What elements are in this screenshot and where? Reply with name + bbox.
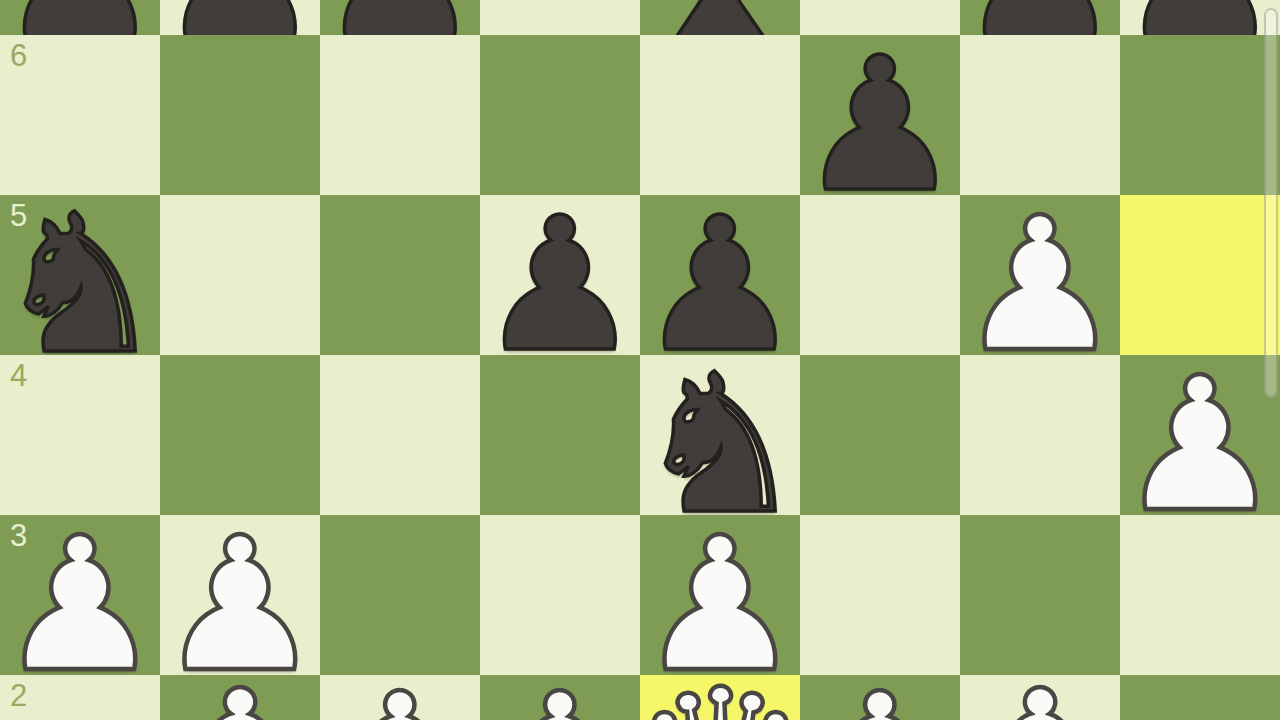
white-pawn-c2[interactable]: ♟ — [320, 681, 480, 720]
black-knight-a5[interactable]: ♞ — [0, 205, 160, 365]
square-e7[interactable]: ♝ — [640, 0, 800, 35]
square-a3[interactable]: 3♟ — [0, 515, 160, 675]
square-e6[interactable] — [640, 35, 800, 195]
square-d5[interactable]: ♟ — [480, 195, 640, 355]
pawn-glyph: ♟ — [797, 669, 963, 720]
pawn-glyph: ♟ — [797, 33, 963, 218]
square-c5[interactable] — [320, 195, 480, 355]
square-g6[interactable] — [960, 35, 1120, 195]
square-h2[interactable] — [1120, 675, 1280, 720]
square-e2[interactable]: ♛ — [640, 675, 800, 720]
square-e5[interactable]: ♟ — [640, 195, 800, 355]
white-bishop-g2[interactable]: ♝ — [960, 681, 1120, 720]
square-d6[interactable] — [480, 35, 640, 195]
pawn-glyph: ♟ — [0, 513, 163, 698]
pawn-glyph: ♟ — [477, 193, 643, 378]
square-c6[interactable] — [320, 35, 480, 195]
bishop-glyph: ♝ — [155, 666, 325, 720]
square-a4[interactable]: 4 — [0, 355, 160, 515]
white-pawn-h4[interactable]: ♟ — [1120, 365, 1280, 525]
square-f3[interactable] — [800, 515, 960, 675]
white-bishop-b2[interactable]: ♝ — [160, 681, 320, 720]
square-d7[interactable] — [480, 0, 640, 35]
square-h5[interactable] — [1120, 195, 1280, 355]
square-a7[interactable]: ♟ — [0, 0, 160, 35]
white-queen-e2[interactable]: ♛ — [640, 681, 800, 720]
square-c7[interactable]: ♟ — [320, 0, 480, 35]
black-pawn-d5[interactable]: ♟ — [480, 205, 640, 365]
square-g2[interactable]: ♝ — [960, 675, 1120, 720]
square-c2[interactable]: ♟ — [320, 675, 480, 720]
square-f6[interactable]: ♟ — [800, 35, 960, 195]
square-g5[interactable]: ♟ — [960, 195, 1120, 355]
pawn-glyph: ♟ — [957, 193, 1123, 378]
bishop-glyph: ♝ — [955, 666, 1125, 720]
white-pawn-f2[interactable]: ♟ — [800, 681, 960, 720]
white-pawn-d2[interactable]: ♟ — [480, 681, 640, 720]
square-f2[interactable]: ♟ — [800, 675, 960, 720]
coordinate-label-6: 6 — [10, 39, 27, 73]
square-d3[interactable] — [480, 515, 640, 675]
square-f4[interactable] — [800, 355, 960, 515]
square-e4[interactable]: ♞ — [640, 355, 800, 515]
square-a5[interactable]: 5♞ — [0, 195, 160, 355]
pawn-glyph: ♟ — [1117, 353, 1280, 538]
square-h6[interactable] — [1120, 35, 1280, 195]
white-pawn-g5[interactable]: ♟ — [960, 205, 1120, 365]
square-c4[interactable] — [320, 355, 480, 515]
square-a6[interactable]: 6 — [0, 35, 160, 195]
queen-glyph: ♛ — [632, 663, 808, 720]
coordinate-label-2: 2 — [10, 679, 27, 713]
pawn-glyph: ♟ — [477, 669, 643, 720]
square-b7[interactable]: ♟ — [160, 0, 320, 35]
square-g4[interactable] — [960, 355, 1120, 515]
white-pawn-a3[interactable]: ♟ — [0, 525, 160, 685]
square-h3[interactable] — [1120, 515, 1280, 675]
chess-app-viewport: ♟♟♟♝♟♟6♟5♞♟♟♟4♞♟3♟♟♟2♝♟♟♛♟♝ — [0, 0, 1280, 720]
square-b5[interactable] — [160, 195, 320, 355]
pawn-glyph: ♟ — [317, 669, 483, 720]
square-a2[interactable]: 2 — [0, 675, 160, 720]
square-b4[interactable] — [160, 355, 320, 515]
chess-board: ♟♟♟♝♟♟6♟5♞♟♟♟4♞♟3♟♟♟2♝♟♟♛♟♝ — [0, 0, 1280, 720]
black-pawn-f6[interactable]: ♟ — [800, 45, 960, 205]
square-f5[interactable] — [800, 195, 960, 355]
square-h4[interactable]: ♟ — [1120, 355, 1280, 515]
square-h7[interactable]: ♟ — [1120, 0, 1280, 35]
square-b6[interactable] — [160, 35, 320, 195]
square-c3[interactable] — [320, 515, 480, 675]
square-b2[interactable]: ♝ — [160, 675, 320, 720]
square-d2[interactable]: ♟ — [480, 675, 640, 720]
square-g7[interactable]: ♟ — [960, 0, 1120, 35]
knight-glyph: ♞ — [0, 189, 166, 381]
square-d4[interactable] — [480, 355, 640, 515]
coordinate-label-4: 4 — [10, 359, 27, 393]
scrollbar-thumb[interactable] — [1264, 8, 1278, 398]
